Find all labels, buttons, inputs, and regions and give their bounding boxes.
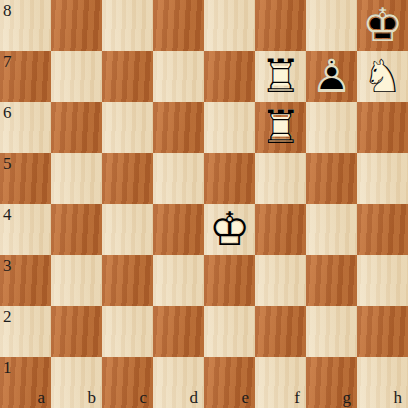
black-king-outline-glyph: ♔ — [357, 0, 408, 51]
square-e6[interactable] — [204, 102, 255, 153]
square-b6[interactable] — [51, 102, 102, 153]
square-d4[interactable] — [153, 204, 204, 255]
square-h6[interactable] — [357, 102, 408, 153]
square-b3[interactable] — [51, 255, 102, 306]
square-h3[interactable] — [357, 255, 408, 306]
white-rook-outline-glyph: ♖ — [255, 51, 306, 102]
square-e3[interactable] — [204, 255, 255, 306]
square-a1[interactable]: 1a — [0, 357, 51, 408]
white-knight-outline-glyph: ♘ — [357, 51, 408, 102]
square-b4[interactable] — [51, 204, 102, 255]
square-f1[interactable]: f — [255, 357, 306, 408]
rank-label-7: 7 — [3, 53, 12, 70]
white-king[interactable]: ♚♔ — [204, 204, 255, 255]
square-d7[interactable] — [153, 51, 204, 102]
square-c3[interactable] — [102, 255, 153, 306]
white-knight-fill-glyph: ♞ — [357, 51, 408, 102]
white-king-fill-glyph: ♚ — [204, 204, 255, 255]
chess-board: 8♚♔7♜♖♟♙♞♘6♜♖54♚♔321abcdefgh — [0, 0, 408, 408]
square-b5[interactable] — [51, 153, 102, 204]
file-label-h: h — [394, 389, 403, 406]
square-g2[interactable] — [306, 306, 357, 357]
square-d8[interactable] — [153, 0, 204, 51]
square-g6[interactable] — [306, 102, 357, 153]
square-a6[interactable]: 6 — [0, 102, 51, 153]
square-d5[interactable] — [153, 153, 204, 204]
square-g3[interactable] — [306, 255, 357, 306]
square-b1[interactable]: b — [51, 357, 102, 408]
square-h4[interactable] — [357, 204, 408, 255]
square-c1[interactable]: c — [102, 357, 153, 408]
white-rook[interactable]: ♜♖ — [255, 51, 306, 102]
white-rook-fill-glyph: ♜ — [255, 51, 306, 102]
square-f4[interactable] — [255, 204, 306, 255]
square-f5[interactable] — [255, 153, 306, 204]
square-a8[interactable]: 8 — [0, 0, 51, 51]
square-h8[interactable]: ♚♔ — [357, 0, 408, 51]
black-pawn-outline-glyph: ♙ — [306, 51, 357, 102]
rank-label-8: 8 — [3, 2, 12, 19]
square-b7[interactable] — [51, 51, 102, 102]
square-h1[interactable]: h — [357, 357, 408, 408]
white-rook[interactable]: ♜♖ — [255, 102, 306, 153]
rank-label-6: 6 — [3, 104, 12, 121]
square-a5[interactable]: 5 — [0, 153, 51, 204]
square-f3[interactable] — [255, 255, 306, 306]
square-f6[interactable]: ♜♖ — [255, 102, 306, 153]
file-label-g: g — [343, 389, 352, 406]
chessboard-container: 8♚♔7♜♖♟♙♞♘6♜♖54♚♔321abcdefgh — [0, 0, 408, 408]
square-f2[interactable] — [255, 306, 306, 357]
rank-label-2: 2 — [3, 308, 12, 325]
file-label-a: a — [37, 389, 45, 406]
square-c5[interactable] — [102, 153, 153, 204]
black-pawn-fill-glyph: ♟ — [306, 51, 357, 102]
white-rook-fill-glyph: ♜ — [255, 102, 306, 153]
rank-label-1: 1 — [3, 359, 12, 376]
square-c8[interactable] — [102, 0, 153, 51]
white-rook-outline-glyph: ♖ — [255, 102, 306, 153]
square-c7[interactable] — [102, 51, 153, 102]
square-a4[interactable]: 4 — [0, 204, 51, 255]
square-e5[interactable] — [204, 153, 255, 204]
black-pawn[interactable]: ♟♙ — [306, 51, 357, 102]
square-a7[interactable]: 7 — [0, 51, 51, 102]
square-d1[interactable]: d — [153, 357, 204, 408]
white-knight[interactable]: ♞♘ — [357, 51, 408, 102]
square-c4[interactable] — [102, 204, 153, 255]
file-label-f: f — [294, 389, 300, 406]
square-g8[interactable] — [306, 0, 357, 51]
square-d6[interactable] — [153, 102, 204, 153]
square-g1[interactable]: g — [306, 357, 357, 408]
square-e2[interactable] — [204, 306, 255, 357]
white-king-outline-glyph: ♔ — [204, 204, 255, 255]
square-e4[interactable]: ♚♔ — [204, 204, 255, 255]
file-label-d: d — [190, 389, 199, 406]
square-d3[interactable] — [153, 255, 204, 306]
black-king[interactable]: ♚♔ — [357, 0, 408, 51]
file-label-c: c — [139, 389, 147, 406]
square-g5[interactable] — [306, 153, 357, 204]
square-h7[interactable]: ♞♘ — [357, 51, 408, 102]
square-b2[interactable] — [51, 306, 102, 357]
file-label-b: b — [88, 389, 97, 406]
square-f8[interactable] — [255, 0, 306, 51]
square-g4[interactable] — [306, 204, 357, 255]
rank-label-3: 3 — [3, 257, 12, 274]
square-d2[interactable] — [153, 306, 204, 357]
square-e7[interactable] — [204, 51, 255, 102]
square-f7[interactable]: ♜♖ — [255, 51, 306, 102]
square-a3[interactable]: 3 — [0, 255, 51, 306]
black-king-fill-glyph: ♚ — [357, 0, 408, 51]
rank-label-5: 5 — [3, 155, 12, 172]
square-c6[interactable] — [102, 102, 153, 153]
square-a2[interactable]: 2 — [0, 306, 51, 357]
square-h5[interactable] — [357, 153, 408, 204]
square-g7[interactable]: ♟♙ — [306, 51, 357, 102]
square-b8[interactable] — [51, 0, 102, 51]
file-label-e: e — [241, 389, 249, 406]
square-e8[interactable] — [204, 0, 255, 51]
square-e1[interactable]: e — [204, 357, 255, 408]
square-c2[interactable] — [102, 306, 153, 357]
rank-label-4: 4 — [3, 206, 12, 223]
square-h2[interactable] — [357, 306, 408, 357]
